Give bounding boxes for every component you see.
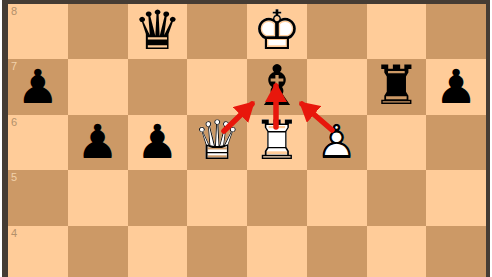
square-b5[interactable]: [68, 170, 128, 225]
square-g7[interactable]: ♜: [367, 59, 427, 114]
square-b4[interactable]: [68, 226, 128, 277]
square-h4[interactable]: [426, 226, 486, 277]
square-a7[interactable]: 7♟: [8, 59, 68, 114]
white-queen-outline: ♕: [187, 114, 247, 168]
square-b8[interactable]: [68, 4, 128, 59]
square-e4[interactable]: [247, 226, 307, 277]
black-pawn[interactable]: ♟: [68, 115, 128, 170]
square-c8[interactable]: ♛: [128, 4, 188, 59]
square-e7[interactable]: ♝: [247, 59, 307, 114]
square-h5[interactable]: [426, 170, 486, 225]
square-h7[interactable]: ♟: [426, 59, 486, 114]
black-pawn[interactable]: ♟: [128, 115, 188, 170]
rank-label-6: 6: [11, 116, 17, 128]
square-c5[interactable]: [128, 170, 188, 225]
square-g8[interactable]: [367, 4, 427, 59]
square-g6[interactable]: [367, 115, 427, 170]
white-rook[interactable]: ♜♖: [247, 115, 307, 170]
black-pawn[interactable]: ♟: [426, 59, 486, 114]
black-rook[interactable]: ♜: [367, 59, 427, 114]
black-queen-glyph: ♛: [128, 4, 188, 58]
black-king-outline: ♔: [247, 4, 307, 58]
black-pawn-glyph: ♟: [426, 63, 486, 110]
white-rook-outline: ♖: [247, 114, 307, 168]
black-bishop-glyph: ♝: [247, 58, 307, 114]
square-d8[interactable]: [187, 4, 247, 59]
black-bishop[interactable]: ♝: [247, 59, 307, 114]
square-g5[interactable]: [367, 170, 427, 225]
white-pawn-outline: ♙: [307, 118, 367, 165]
chess-diagram: 8♛♚♔7♟♝♜♟6♟♟♛♕♜♖♟♙54: [0, 0, 492, 277]
square-g4[interactable]: [367, 226, 427, 277]
square-f7[interactable]: [307, 59, 367, 114]
square-b6[interactable]: ♟: [68, 115, 128, 170]
rank-label-4: 4: [11, 227, 17, 239]
square-a5[interactable]: 5: [8, 170, 68, 225]
black-pawn[interactable]: ♟: [8, 59, 68, 114]
square-e6[interactable]: ♜♖: [247, 115, 307, 170]
square-c6[interactable]: ♟: [128, 115, 188, 170]
square-d7[interactable]: [187, 59, 247, 114]
square-e8[interactable]: ♚♔: [247, 4, 307, 59]
black-pawn-glyph: ♟: [8, 63, 68, 110]
square-d4[interactable]: [187, 226, 247, 277]
square-f6[interactable]: ♟♙: [307, 115, 367, 170]
square-d5[interactable]: [187, 170, 247, 225]
square-f8[interactable]: [307, 4, 367, 59]
square-a6[interactable]: 6: [8, 115, 68, 170]
white-queen[interactable]: ♛♕: [187, 115, 247, 170]
square-e5[interactable]: [247, 170, 307, 225]
square-d6[interactable]: ♛♕: [187, 115, 247, 170]
square-c4[interactable]: [128, 226, 188, 277]
square-f5[interactable]: [307, 170, 367, 225]
square-h6[interactable]: [426, 115, 486, 170]
square-a8[interactable]: 8: [8, 4, 68, 59]
black-king[interactable]: ♚♔: [247, 4, 307, 59]
square-a4[interactable]: 4: [8, 226, 68, 277]
rank-label-5: 5: [11, 171, 17, 183]
white-pawn[interactable]: ♟♙: [307, 115, 367, 170]
rank-label-8: 8: [11, 5, 17, 17]
black-pawn-glyph: ♟: [128, 118, 188, 165]
square-c7[interactable]: [128, 59, 188, 114]
square-b7[interactable]: [68, 59, 128, 114]
black-rook-glyph: ♜: [367, 59, 427, 113]
chess-board: 8♛♚♔7♟♝♜♟6♟♟♛♕♜♖♟♙54: [2, 0, 490, 277]
square-h8[interactable]: [426, 4, 486, 59]
square-f4[interactable]: [307, 226, 367, 277]
chess-board-grid: 8♛♚♔7♟♝♜♟6♟♟♛♕♜♖♟♙54: [8, 4, 486, 277]
black-queen[interactable]: ♛: [128, 4, 188, 59]
black-pawn-glyph: ♟: [68, 118, 128, 165]
